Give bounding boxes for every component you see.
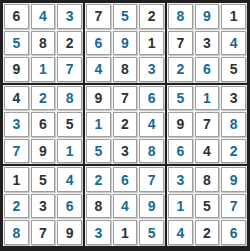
sudoku-cell-r4c7[interactable]: 5 xyxy=(168,86,193,111)
sudoku-cell-r8c6[interactable]: 9 xyxy=(139,194,164,219)
sudoku-cell-r4c6[interactable]: 6 xyxy=(139,86,164,111)
sudoku-cell-r5c3[interactable]: 5 xyxy=(57,112,82,137)
sudoku-cell-r1c4[interactable]: 7 xyxy=(86,4,111,29)
sudoku-box-5: 976124538 xyxy=(84,84,166,166)
sudoku-cell-r4c5[interactable]: 7 xyxy=(113,86,138,111)
sudoku-cell-r6c7[interactable]: 6 xyxy=(168,139,193,164)
sudoku-cell-r5c1[interactable]: 3 xyxy=(4,112,29,137)
sudoku-cell-r6c1[interactable]: 7 xyxy=(4,139,29,164)
sudoku-cell-r7c9[interactable]: 9 xyxy=(221,167,246,192)
sudoku-cell-r5c7[interactable]: 9 xyxy=(168,112,193,137)
sudoku-cell-r1c7[interactable]: 8 xyxy=(168,4,193,29)
sudoku-cell-r3c9[interactable]: 5 xyxy=(221,57,246,82)
sudoku-cell-r5c6[interactable]: 4 xyxy=(139,112,164,137)
sudoku-cell-r5c4[interactable]: 1 xyxy=(86,112,111,137)
sudoku-cell-r3c6[interactable]: 3 xyxy=(139,57,164,82)
sudoku-box-1: 643582917 xyxy=(2,2,84,84)
sudoku-cell-r9c2[interactable]: 7 xyxy=(31,220,56,245)
sudoku-cell-r7c5[interactable]: 6 xyxy=(113,167,138,192)
sudoku-cell-r1c3[interactable]: 3 xyxy=(57,4,82,29)
sudoku-box-6: 513978642 xyxy=(166,84,248,166)
sudoku-cell-r9c3[interactable]: 9 xyxy=(57,220,82,245)
sudoku-cell-r6c5[interactable]: 3 xyxy=(113,139,138,164)
sudoku-board: 6435829177526914838917342654283657919761… xyxy=(0,0,250,251)
sudoku-cell-r1c5[interactable]: 5 xyxy=(113,4,138,29)
sudoku-cell-r8c7[interactable]: 1 xyxy=(168,194,193,219)
sudoku-cell-r7c6[interactable]: 7 xyxy=(139,167,164,192)
sudoku-cell-r4c2[interactable]: 2 xyxy=(31,86,56,111)
sudoku-cell-r6c4[interactable]: 5 xyxy=(86,139,111,164)
sudoku-box-8: 267849315 xyxy=(84,165,166,247)
sudoku-cell-r7c7[interactable]: 3 xyxy=(168,167,193,192)
sudoku-box-3: 891734265 xyxy=(166,2,248,84)
sudoku-cell-r2c8[interactable]: 3 xyxy=(195,31,220,56)
sudoku-cell-r1c6[interactable]: 2 xyxy=(139,4,164,29)
sudoku-cell-r6c9[interactable]: 2 xyxy=(221,139,246,164)
sudoku-cell-r7c3[interactable]: 4 xyxy=(57,167,82,192)
sudoku-cell-r3c5[interactable]: 8 xyxy=(113,57,138,82)
sudoku-cell-r8c5[interactable]: 4 xyxy=(113,194,138,219)
sudoku-cell-r7c2[interactable]: 5 xyxy=(31,167,56,192)
sudoku-cell-r9c6[interactable]: 5 xyxy=(139,220,164,245)
sudoku-box-9: 389157426 xyxy=(166,165,248,247)
sudoku-cell-r2c7[interactable]: 7 xyxy=(168,31,193,56)
sudoku-cell-r3c7[interactable]: 2 xyxy=(168,57,193,82)
sudoku-cell-r8c2[interactable]: 3 xyxy=(31,194,56,219)
sudoku-cell-r3c1[interactable]: 9 xyxy=(4,57,29,82)
sudoku-cell-r4c3[interactable]: 8 xyxy=(57,86,82,111)
sudoku-cell-r3c4[interactable]: 4 xyxy=(86,57,111,82)
sudoku-cell-r2c2[interactable]: 8 xyxy=(31,31,56,56)
sudoku-cell-r5c8[interactable]: 7 xyxy=(195,112,220,137)
sudoku-cell-r4c8[interactable]: 1 xyxy=(195,86,220,111)
sudoku-cell-r8c1[interactable]: 2 xyxy=(4,194,29,219)
sudoku-box-4: 428365791 xyxy=(2,84,84,166)
sudoku-cell-r2c5[interactable]: 9 xyxy=(113,31,138,56)
sudoku-cell-r2c6[interactable]: 1 xyxy=(139,31,164,56)
sudoku-cell-r2c1[interactable]: 5 xyxy=(4,31,29,56)
sudoku-cell-r6c6[interactable]: 8 xyxy=(139,139,164,164)
sudoku-cell-r8c3[interactable]: 6 xyxy=(57,194,82,219)
sudoku-cell-r6c8[interactable]: 4 xyxy=(195,139,220,164)
sudoku-cell-r3c3[interactable]: 7 xyxy=(57,57,82,82)
sudoku-cell-r7c4[interactable]: 2 xyxy=(86,167,111,192)
sudoku-box-2: 752691483 xyxy=(84,2,166,84)
sudoku-cell-r8c4[interactable]: 8 xyxy=(86,194,111,219)
sudoku-cell-r1c2[interactable]: 4 xyxy=(31,4,56,29)
sudoku-cell-r5c9[interactable]: 8 xyxy=(221,112,246,137)
sudoku-cell-r2c3[interactable]: 2 xyxy=(57,31,82,56)
sudoku-cell-r2c9[interactable]: 4 xyxy=(221,31,246,56)
sudoku-cell-r4c4[interactable]: 9 xyxy=(86,86,111,111)
sudoku-cell-r3c2[interactable]: 1 xyxy=(31,57,56,82)
sudoku-box-7: 154236879 xyxy=(2,165,84,247)
sudoku-cell-r9c4[interactable]: 3 xyxy=(86,220,111,245)
sudoku-cell-r9c9[interactable]: 6 xyxy=(221,220,246,245)
sudoku-cell-r6c2[interactable]: 9 xyxy=(31,139,56,164)
sudoku-cell-r9c5[interactable]: 1 xyxy=(113,220,138,245)
sudoku-cell-r5c2[interactable]: 6 xyxy=(31,112,56,137)
sudoku-cell-r6c3[interactable]: 1 xyxy=(57,139,82,164)
sudoku-cell-r5c5[interactable]: 2 xyxy=(113,112,138,137)
sudoku-cell-r8c9[interactable]: 7 xyxy=(221,194,246,219)
sudoku-cell-r3c8[interactable]: 6 xyxy=(195,57,220,82)
sudoku-cell-r4c9[interactable]: 3 xyxy=(221,86,246,111)
sudoku-cell-r4c1[interactable]: 4 xyxy=(4,86,29,111)
sudoku-cell-r9c1[interactable]: 8 xyxy=(4,220,29,245)
sudoku-cell-r2c4[interactable]: 6 xyxy=(86,31,111,56)
sudoku-cell-r9c7[interactable]: 4 xyxy=(168,220,193,245)
sudoku-cell-r8c8[interactable]: 5 xyxy=(195,194,220,219)
sudoku-cell-r1c1[interactable]: 6 xyxy=(4,4,29,29)
sudoku-cell-r1c8[interactable]: 9 xyxy=(195,4,220,29)
sudoku-cell-r9c8[interactable]: 2 xyxy=(195,220,220,245)
sudoku-cell-r7c8[interactable]: 8 xyxy=(195,167,220,192)
sudoku-cell-r7c1[interactable]: 1 xyxy=(4,167,29,192)
sudoku-cell-r1c9[interactable]: 1 xyxy=(221,4,246,29)
